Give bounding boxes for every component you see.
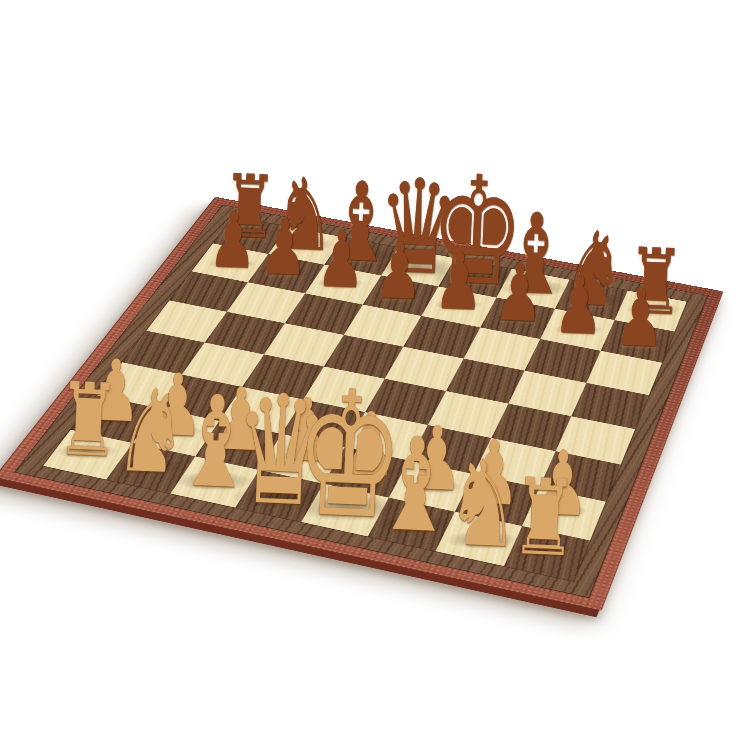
black-pawn-glyph: ♟ — [552, 265, 605, 346]
white-rook-glyph: ♜ — [55, 370, 122, 473]
white-rook-glyph: ♜ — [509, 464, 579, 572]
black-pawn-glyph: ♟ — [315, 221, 367, 300]
black-pawn-glyph: ♟ — [208, 202, 259, 280]
chess-set-photo: Overhead product photo of a wooden chess… — [0, 0, 736, 736]
black-pawn-glyph: ♟ — [433, 241, 485, 321]
black-pawn-glyph: ♟ — [258, 209, 309, 288]
black-pawn-glyph: ♟ — [373, 232, 425, 312]
black-pawn-glyph: ♟ — [492, 253, 545, 334]
black-pawn-glyph: ♟ — [613, 278, 666, 360]
